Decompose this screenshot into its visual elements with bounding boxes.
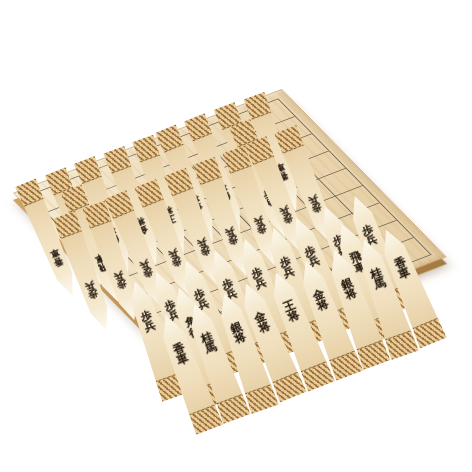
piece-kanji: 歩 兵 xyxy=(279,255,297,280)
piece-kanji: 歩 兵 xyxy=(252,215,268,237)
piece-kanji: 歩 兵 xyxy=(195,236,211,258)
shogi-product-photo: 香 車桂 馬銀 将金 将玉 将金 将銀 将桂 馬香 車飛 車角 行歩 兵歩 兵歩… xyxy=(0,0,472,472)
piece-kanji: 銀 将 xyxy=(229,320,248,346)
piece-kanji: 香 車 xyxy=(393,256,413,282)
piece-kanji: 歩 兵 xyxy=(361,223,379,248)
piece-kanji: 歩 兵 xyxy=(139,309,157,334)
piece-kanji: 金 将 xyxy=(253,310,273,336)
piece-kanji: 王 将 xyxy=(282,299,302,325)
piece-kanji: 歩 兵 xyxy=(307,193,323,215)
pieces-layer: 香 車桂 馬銀 将金 将玉 将金 将銀 将桂 馬香 車飛 車角 行歩 兵歩 兵歩… xyxy=(0,0,472,472)
piece-kanji: 歩 兵 xyxy=(250,266,268,291)
piece-kanji: 金 将 xyxy=(311,288,330,314)
piece-kanji: 歩 兵 xyxy=(112,269,128,291)
piece-kanji: 桂 馬 xyxy=(200,331,219,357)
piece-kanji: 桂 馬 xyxy=(369,266,388,292)
piece-kanji: 歩 兵 xyxy=(138,258,154,280)
piece-kanji: 歩 兵 xyxy=(84,280,100,302)
piece-kanji: 香 車 xyxy=(49,247,64,267)
piece-kanji: 銀 将 xyxy=(340,277,359,303)
piece-kanji: 歩 兵 xyxy=(167,247,183,269)
piece-kanji: 香 車 xyxy=(171,342,190,368)
piece-kanji: 歩 兵 xyxy=(278,204,294,226)
piece-kanji: 歩 兵 xyxy=(224,226,240,248)
